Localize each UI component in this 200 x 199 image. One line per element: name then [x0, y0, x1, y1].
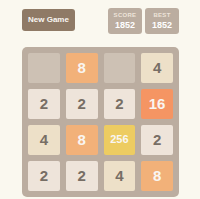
tile-8: 8	[141, 161, 173, 191]
score-label: SCORE	[112, 12, 138, 20]
tile-2: 2	[28, 89, 60, 119]
board-grid[interactable]: 84222164825622248	[22, 47, 179, 197]
tile-8: 8	[66, 53, 98, 83]
best-label: BEST	[149, 12, 175, 20]
tile-2: 2	[66, 89, 98, 119]
tile-8: 8	[66, 125, 98, 155]
score-panel: SCORE 1852 BEST 1852	[108, 8, 179, 34]
tile-16: 16	[141, 89, 173, 119]
new-game-button[interactable]: New Game	[22, 9, 75, 31]
tile-4: 4	[141, 53, 173, 83]
best-badge: BEST 1852	[145, 8, 179, 34]
empty-cell	[28, 53, 60, 83]
score-badge: SCORE 1852	[108, 8, 142, 34]
empty-cell	[104, 53, 136, 83]
tile-2: 2	[104, 89, 136, 119]
score-value: 1852	[112, 20, 138, 31]
tile-2: 2	[141, 125, 173, 155]
tile-2: 2	[66, 161, 98, 191]
tile-4: 4	[28, 125, 60, 155]
header: New Game SCORE 1852 BEST 1852	[0, 0, 200, 34]
tile-256: 256	[104, 125, 136, 155]
tile-2: 2	[28, 161, 60, 191]
best-value: 1852	[149, 20, 175, 31]
tile-4: 4	[104, 161, 136, 191]
